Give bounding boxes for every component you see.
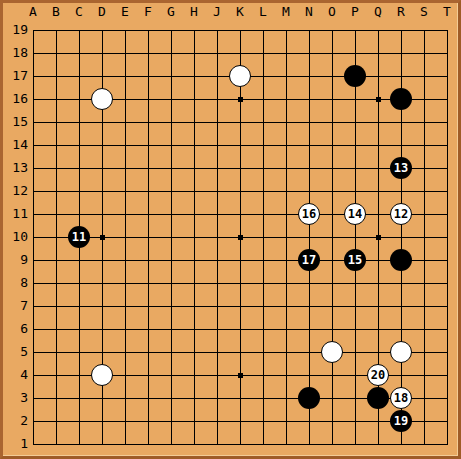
go-board[interactable]: ABCDEFGHJKLMNOPQRST 19181716151413121110… [0, 0, 461, 459]
row-label-15: 15 [3, 114, 28, 130]
move-number: 16 [302, 207, 316, 221]
col-label-Q: Q [367, 4, 389, 20]
move-number: 19 [394, 414, 408, 428]
row-label-13: 13 [3, 160, 28, 176]
stone-black-R16 [390, 88, 412, 110]
col-label-E: E [114, 4, 136, 20]
col-label-N: N [298, 4, 320, 20]
row-label-7: 7 [3, 298, 28, 314]
row-label-9: 9 [3, 252, 28, 268]
row-label-2: 2 [3, 413, 28, 429]
move-number: 14 [348, 207, 362, 221]
move-number: 20 [371, 368, 385, 382]
col-label-M: M [275, 4, 297, 20]
stone-black-R9 [390, 249, 412, 271]
stone-black-P17 [344, 65, 366, 87]
col-label-T: T [436, 4, 458, 20]
row-label-18: 18 [3, 45, 28, 61]
row-label-11: 11 [3, 206, 28, 222]
row-label-16: 16 [3, 91, 28, 107]
stone-black-C10: 11 [68, 226, 90, 248]
row-label-6: 6 [3, 321, 28, 337]
stone-white-K17 [229, 65, 251, 87]
star-point-K4 [238, 373, 243, 378]
stone-white-R11: 12 [390, 203, 412, 225]
row-label-19: 19 [3, 22, 28, 38]
col-label-B: B [45, 4, 67, 20]
star-point-Q10 [376, 235, 381, 240]
row-label-10: 10 [3, 229, 28, 245]
stone-white-D16 [91, 88, 113, 110]
col-label-R: R [390, 4, 412, 20]
row-label-4: 4 [3, 367, 28, 383]
row-label-14: 14 [3, 137, 28, 153]
stone-white-P11: 14 [344, 203, 366, 225]
stone-black-P9: 15 [344, 249, 366, 271]
col-label-A: A [22, 4, 44, 20]
col-label-G: G [160, 4, 182, 20]
stone-black-R13: 13 [390, 157, 412, 179]
row-label-12: 12 [3, 183, 28, 199]
row-label-8: 8 [3, 275, 28, 291]
col-label-O: O [321, 4, 343, 20]
move-number: 18 [394, 391, 408, 405]
col-label-D: D [91, 4, 113, 20]
stone-white-D4 [91, 364, 113, 386]
col-label-J: J [206, 4, 228, 20]
col-label-P: P [344, 4, 366, 20]
stone-white-R5 [390, 341, 412, 363]
col-label-H: H [183, 4, 205, 20]
stone-white-R3: 18 [390, 387, 412, 409]
stone-white-Q4: 20 [367, 364, 389, 386]
star-point-Q16 [376, 97, 381, 102]
stone-black-N3 [298, 387, 320, 409]
move-number: 12 [394, 207, 408, 221]
star-point-K10 [238, 235, 243, 240]
col-label-C: C [68, 4, 90, 20]
star-point-D10 [100, 235, 105, 240]
stone-black-R2: 19 [390, 410, 412, 432]
move-number: 15 [348, 253, 362, 267]
move-number: 11 [72, 230, 86, 244]
stone-white-N11: 16 [298, 203, 320, 225]
row-label-17: 17 [3, 68, 28, 84]
col-label-F: F [137, 4, 159, 20]
move-number: 17 [302, 253, 316, 267]
row-label-3: 3 [3, 390, 28, 406]
stone-white-O5 [321, 341, 343, 363]
row-label-1: 1 [3, 436, 28, 452]
col-label-L: L [252, 4, 274, 20]
star-point-K16 [238, 97, 243, 102]
move-number: 13 [394, 161, 408, 175]
stone-black-Q3 [367, 387, 389, 409]
row-label-5: 5 [3, 344, 28, 360]
col-label-S: S [413, 4, 435, 20]
stone-black-N9: 17 [298, 249, 320, 271]
col-label-K: K [229, 4, 251, 20]
